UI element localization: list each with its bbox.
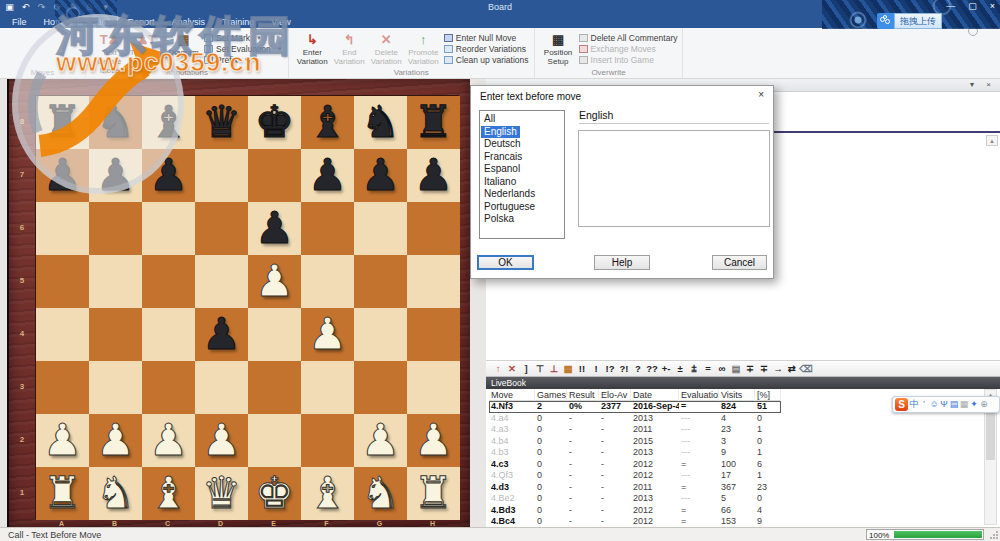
cell-percent: 0 [755,413,781,425]
tab-analysis[interactable]: Analysis [165,16,213,28]
cancel-button[interactable]: Cancel [712,255,767,270]
button-label: Insert Into Game [591,55,654,65]
square-c2[interactable]: ♟ [142,414,195,467]
cell-result: - [567,447,599,459]
square-c7[interactable]: ♟ [142,149,195,202]
panel-close-icon[interactable]: × [986,80,991,89]
emoji-icon[interactable]: ☺ [929,397,939,412]
cell-result: - [567,470,599,482]
square-a6[interactable] [36,202,89,255]
square-f7[interactable]: ♟ [301,149,354,202]
livebook-row-4a3[interactable]: 4.a30--2011---231 [489,424,781,436]
set-mark-icon [204,34,213,42]
white-slightly-better[interactable]: ⩲ [687,362,701,376]
commentary-textarea[interactable] [578,130,770,227]
white-winning[interactable]: +- [659,362,673,376]
cell-percent: 1 [755,470,781,482]
colored-squares-icon[interactable]: ▦ [561,362,575,376]
square-h6[interactable] [407,202,460,255]
cell-evaluation: --- [679,436,719,448]
reorder-variations-icon [444,45,453,53]
cell-games: 0 [535,413,567,425]
cell-visits: 66 [719,505,755,517]
cell-move: 4.a3 [489,424,535,436]
label-line: End [331,48,368,57]
cell-elo: - [599,413,631,425]
question-exclam[interactable]: ?! [617,362,631,376]
undo-icon[interactable]: ↶ [20,1,31,13]
sogou-logo-icon[interactable]: S [895,398,908,411]
button-label: Text AfterMove [128,48,165,66]
square-h8[interactable]: ♜ [407,96,460,149]
livebook-row-4a4[interactable]: 4.a40--2013---40 [489,413,781,425]
label-line: Diagram [165,48,202,57]
square-c1[interactable]: ♝ [142,467,195,520]
progress-label: 100% [867,530,893,539]
ribbon-group-annotations: T♟Text BeforeMove♟TText AfterMove▦Diagra… [86,28,289,78]
cell-result: - [567,413,599,425]
exclam-question[interactable]: !? [603,362,617,376]
scissors-icon[interactable]: ✕ [505,362,519,376]
square-c6[interactable] [142,202,195,255]
set-evaluation-button[interactable]: Set Evaluation▼ [204,44,283,54]
cell-date: 2012 [631,505,679,517]
rank-label-3: 3 [9,360,35,413]
cell-move: 4.a4 [489,413,535,425]
cell-visits: 9 [719,447,755,459]
big-buttons: ↳EnterVariation↰EndVariation✕DeleteVaria… [294,30,442,66]
ribbon-group-label: Variations [289,68,534,77]
chess-board[interactable]: ♜♞♝♛♚♝♞♜♟♟♟♟♟♟♟♟♟♟♟♟♟♟♟♟♜♞♝♛♚♝♞♜ [35,95,459,519]
white-rook: ♜ [407,467,460,518]
delete-variationbutton[interactable]: ✕DeleteVariation [368,30,405,66]
square-d2[interactable]: ♟ [195,414,248,467]
position-icon: ▦ [552,31,564,48]
redo-icon[interactable]: ↷ [36,1,47,13]
square-d4[interactable]: ♟ [195,308,248,361]
minimize-button[interactable]: — [946,1,955,11]
column-header-evaluation[interactable]: Evaluation [679,389,719,401]
right-arrow-icon[interactable]: → [771,362,785,376]
cell-games: 0 [535,424,567,436]
big-buttons: ▦PositionSetup [540,30,577,66]
livebook-row-4b4[interactable]: 4.b40--2015---30 [489,436,781,448]
square-b2[interactable]: ♟ [89,414,142,467]
black-pawn: ♟ [142,149,195,200]
engine-progress: 100% [866,529,984,540]
set-mark-button[interactable]: Set Mark▼ [204,33,283,43]
promote-icon: ↑ [420,31,427,48]
square-e1[interactable]: ♚ [248,467,301,520]
prefix-icon [204,56,213,64]
enter-null-move-button[interactable]: Enter Null Move [444,33,529,43]
cell-elo: - [599,424,631,436]
column-header-games[interactable]: Games [535,389,567,401]
file-labels: ABCDEFGH [35,520,459,527]
annotation-toolbar: ↑✕]⊤⊥▦!!!!??!???+-±⩲=∞▤∓∓→⇄⌫ [486,360,1000,377]
ribbon-group-label: Annotations [86,68,288,77]
black-slightly-better[interactable]: ∓ [743,362,757,376]
text-after-icon: ♟T [137,31,157,48]
square-c8[interactable]: ♝ [142,96,195,149]
square-d8[interactable]: ♛ [195,96,248,149]
language-item-english[interactable]: English [481,126,520,139]
square-g6[interactable] [354,202,407,255]
cell-date: 2012 [631,516,679,528]
cell-visits: 824 [719,401,755,413]
square-b4[interactable] [89,308,142,361]
clean-up-variations-icon [444,56,453,64]
white-bishop: ♝ [142,467,195,518]
equal[interactable]: = [701,362,715,376]
cell-move: 4.Nf3 [489,401,535,413]
black-pawn: ♟ [89,149,142,200]
rank-label-6: 6 [9,201,35,254]
square-b3[interactable] [89,361,142,414]
tab-training[interactable]: Training [215,16,261,28]
square-h2[interactable]: ♟ [407,414,460,467]
square-b1[interactable]: ♞ [89,467,142,520]
cell-games: 0 [535,447,567,459]
double-exclam[interactable]: !! [575,362,589,376]
cell-games: 0 [535,436,567,448]
label-line: Move [128,57,165,66]
cell-games: 0 [535,459,567,471]
livebook-row-4c3[interactable]: 4.c30--2012=1006 [489,459,781,471]
cell-evaluation: = [679,482,719,494]
tab-board[interactable]: Board [78,16,118,28]
square-c5[interactable] [142,255,195,308]
square-c4[interactable] [142,308,195,361]
file-label-h: H [406,520,459,527]
end-variationbutton[interactable]: ↰EndVariation [331,30,368,66]
promote-variationbutton[interactable]: ↑PromoteVariation [405,30,442,66]
column-header-%[interactable]: [%] [755,389,781,401]
square-a4[interactable] [36,308,89,361]
position-setupbutton[interactable]: ▦PositionSetup [540,30,577,66]
column-header-visits[interactable]: Visits [719,389,755,401]
language-listbox[interactable]: AllEnglishDeutschFrancaisEspanolItaliano… [479,110,565,239]
quick-access-toolbar: ▣↶↷⟳✎♘▾ [4,1,111,13]
keyboard-icon[interactable]: ▤ [949,397,959,412]
set-evaluation-icon [204,45,213,53]
square-e3[interactable] [248,361,301,414]
cell-date: 2011 [631,482,679,494]
exchange-moves-button[interactable]: Exchange Moves [579,44,678,54]
language-item-deutsch[interactable]: Deutsch [481,138,524,151]
ime-toolbar: S 中’☺Ψ▤▦✦⊕ [892,396,1000,413]
white-pawn: ♟ [195,414,248,465]
white-pawn: ♟ [248,255,301,306]
button-label: Enter Null Move [456,33,516,43]
button-label: Set Mark [216,33,250,43]
language-item-italiano[interactable]: Italiano [481,176,519,189]
square-h4[interactable] [407,308,460,361]
double-question[interactable]: ?? [645,362,659,376]
livebook-row-4Qf3[interactable]: 4.Qf30--2012---171 [489,470,781,482]
black-rook: ♜ [36,96,89,147]
square-f3[interactable] [301,361,354,414]
file-label-a: A [35,520,88,527]
square-d5[interactable] [195,255,248,308]
square-a2[interactable]: ♟ [36,414,89,467]
bracket-icon[interactable]: ] [519,362,533,376]
dropdown-arrow-icon[interactable]: ▼ [244,57,250,63]
cell-elo: - [599,516,631,528]
square-g8[interactable]: ♞ [354,96,407,149]
label-line: Delete [368,48,405,57]
language-item-francais[interactable]: Francais [481,151,525,164]
cell-result: - [567,516,599,528]
cell-visits: 17 [719,470,755,482]
cell-move: 4.Bc4 [489,516,535,528]
square-b8[interactable]: ♞ [89,96,142,149]
microphone-icon[interactable]: Ψ [939,397,949,412]
square-a3[interactable] [36,361,89,414]
square-g1[interactable]: ♞ [354,467,407,520]
cell-elo: - [599,505,631,517]
progress-fill [894,531,982,538]
cell-elo: - [599,493,631,505]
cell-games: 2 [535,401,567,413]
square-f1[interactable]: ♝ [301,467,354,520]
black-pawn: ♟ [354,149,407,200]
label-line: Text After [128,48,165,57]
toolbox-icon[interactable]: ▦ [959,397,969,412]
delete-all-commentary-button[interactable]: Delete All Commentary [579,33,678,43]
swap-arrows-icon[interactable]: ⇄ [785,362,799,376]
cell-elo: - [599,447,631,459]
board-symbol-icon[interactable]: ▤ [729,362,743,376]
question[interactable]: ? [631,362,645,376]
ribbon-group-label: Moves [0,68,85,77]
panel-collapse-icon[interactable]: ▾ [970,80,974,89]
language-item-portuguese[interactable]: Portuguese [481,201,538,214]
cell-evaluation: = [679,459,719,471]
cell-date: 2015 [631,436,679,448]
cell-games: 0 [535,493,567,505]
square-a8[interactable]: ♜ [36,96,89,149]
column-header-eloav[interactable]: Elo-Av [599,389,631,401]
cell-date: 2013 [631,493,679,505]
cell-percent: 51 [755,401,781,413]
tab-view[interactable]: View [264,16,297,28]
column-header-date[interactable]: Date [631,389,679,401]
dialog-title: Enter text before move [480,91,581,102]
livebook-row-4b3[interactable]: 4.b30--2013---91 [489,447,781,459]
square-a1[interactable]: ♜ [36,467,89,520]
white-better[interactable]: ± [673,362,687,376]
ribbon-group-overwrite: ▦PositionSetupDelete All CommentaryExcha… [535,28,684,78]
language-item-espanol[interactable]: Espanol [481,163,523,176]
language-item-nederlands[interactable]: Nederlands [481,188,538,201]
square-e7[interactable] [248,149,301,202]
ribbon-group-moves: Moves [0,28,86,78]
upload-overlay-button[interactable]: 拖拽上传 [877,13,942,29]
square-d7[interactable] [195,149,248,202]
square-e2[interactable] [248,414,301,467]
enter-variationbutton[interactable]: ↳EnterVariation [294,30,331,66]
white-pawn: ♟ [142,414,195,465]
cell-games: 0 [535,505,567,517]
exclam[interactable]: ! [589,362,603,376]
cell-evaluation: --- [679,447,719,459]
button-label: Diagram [165,48,202,57]
punctuation-icon[interactable]: ’ [919,397,929,412]
prefix-button[interactable]: Prefix▼ [204,55,283,65]
dropdown-arrow-icon[interactable]: ▼ [256,35,262,41]
livebook-title: LiveBook [486,377,1000,389]
close-button[interactable]: × [990,1,995,11]
black-better[interactable]: ∓ [757,362,771,376]
editor-language-label: English [579,109,613,121]
cell-visits: 23 [719,424,755,436]
square-g4[interactable] [354,308,407,361]
label-line: Text Before [91,48,128,66]
column-header-result[interactable]: Result [567,389,599,401]
wrench-icon[interactable]: ⊕ [979,397,989,412]
label-line: Variation [405,57,442,66]
square-g5[interactable] [354,255,407,308]
help-button[interactable]: Help [594,255,650,270]
square-h5[interactable] [407,255,460,308]
dropdown-arrow-icon[interactable]: ▼ [277,46,283,52]
square-f4[interactable]: ♟ [301,308,354,361]
square-f8[interactable]: ♝ [301,96,354,149]
white-king: ♚ [248,467,301,518]
cell-evaluation: = [679,401,719,413]
square-a5[interactable] [36,255,89,308]
status-bar: Call - Text Before Move 100% [0,527,1000,541]
square-h7[interactable]: ♟ [407,149,460,202]
square-g7[interactable]: ♟ [354,149,407,202]
unclear[interactable]: ∞ [715,362,729,376]
square-e5[interactable]: ♟ [248,255,301,308]
square-b6[interactable] [89,202,142,255]
chinese-mode-icon[interactable]: 中 [909,397,919,412]
livebook-row-4d3[interactable]: 4.d30--2011=36723 [489,482,781,494]
skin-icon[interactable]: ✦ [969,397,979,412]
square-f6[interactable] [301,202,354,255]
button-label: DeleteVariation [368,48,405,66]
square-g3[interactable] [354,361,407,414]
square-e8[interactable]: ♚ [248,96,301,149]
black-bishop: ♝ [301,96,354,147]
cell-percent: 1 [755,447,781,459]
button-label: EnterVariation [294,48,331,66]
rank-label-5: 5 [9,254,35,307]
board-window-icon[interactable]: ▣ [4,1,15,13]
cell-evaluation: --- [679,470,719,482]
ribbon: MovesT♟Text BeforeMove♟TText AfterMove▦D… [0,28,1000,79]
language-item-all[interactable]: All [481,113,498,126]
livebook-row-4Bd3[interactable]: 4.Bd30--2012=664 [489,505,781,517]
annotate-icon[interactable]: ✎ [68,1,79,13]
tab-file[interactable]: File [5,16,34,28]
column-header-move[interactable]: Move [489,389,535,401]
black-king: ♚ [248,96,301,147]
cell-visits: 367 [719,482,755,494]
white-pawn: ♟ [89,414,142,465]
refresh-icon[interactable]: ⟳ [52,1,63,13]
language-item-polska[interactable]: Polska [481,213,517,226]
square-f5[interactable] [301,255,354,308]
square-h3[interactable] [407,361,460,414]
square-c3[interactable] [142,361,195,414]
button-label: EndVariation [331,48,368,66]
label-line: Enter [294,48,331,57]
white-rook: ♜ [36,467,89,518]
cell-visits: 4 [719,413,755,425]
square-h1[interactable]: ♜ [407,467,460,520]
tack-up-icon[interactable]: ⊤ [533,362,547,376]
cell-percent: 0 [755,436,781,448]
livebook-row-4Bc4[interactable]: 4.Bc40--2012=1539 [489,516,781,528]
dialog-close-icon[interactable]: × [758,89,764,100]
cell-visits: 5 [719,493,755,505]
reorder-variations-button[interactable]: Reorder Variations [444,44,529,54]
insert-into-game-button[interactable]: Insert Into Game [579,55,678,65]
knight-icon[interactable]: ♘ [84,1,95,13]
cell-elo: - [599,436,631,448]
white-pawn: ♟ [301,308,354,359]
file-label-b: B [88,520,141,527]
square-d3[interactable] [195,361,248,414]
livebook-row-4Be2[interactable]: 4.Be20--2013---50 [489,493,781,505]
tab-report[interactable]: Report [121,16,162,28]
ribbon-group-label: Overwrite [535,68,683,77]
button-label: Set Evaluation [216,44,271,54]
cell-percent: 9 [755,516,781,528]
square-e6[interactable]: ♟ [248,202,301,255]
ok-button[interactable]: OK [477,255,534,270]
square-d6[interactable] [195,202,248,255]
cell-move: 4.b3 [489,447,535,459]
square-b5[interactable] [89,255,142,308]
square-e4[interactable] [248,308,301,361]
livebook-row-4Nf3[interactable]: 4.Nf320%23772016-Sep-4=82451 [489,401,781,413]
cell-elo: - [599,482,631,494]
label-line: Variation [331,57,368,66]
restore-button[interactable]: ▢ [968,1,977,11]
file-label-g: G [353,520,406,527]
resize-grip[interactable] [989,530,999,540]
black-rook: ♜ [407,96,460,147]
square-d1[interactable]: ♛ [195,467,248,520]
square-b7[interactable]: ♟ [89,149,142,202]
arrow-up-icon[interactable]: ↑ [491,362,505,376]
qat-dropdown-icon[interactable]: ▾ [100,1,111,13]
square-f2[interactable] [301,414,354,467]
cell-move: 4.c3 [489,459,535,471]
eraser-icon[interactable]: ⌫ [799,362,813,376]
tab-home[interactable]: Home [37,16,75,28]
notation-scroll-up[interactable]: ▲ [986,135,998,146]
cell-evaluation: --- [679,493,719,505]
button-label: Delete All Commentary [591,33,678,43]
square-g2[interactable]: ♟ [354,414,407,467]
cell-move: 4.Qf3 [489,470,535,482]
label-line: Promote [405,48,442,57]
clean-up-variations-button[interactable]: Clean up variations [444,55,529,65]
delete-icon: ✕ [381,31,392,48]
tack-down-icon[interactable]: ⊥ [547,362,561,376]
white-queen: ♛ [195,467,248,518]
cell-percent: 1 [755,424,781,436]
small-buttons: Enter Null MoveReorder VariationsClean u… [444,30,529,65]
square-a7[interactable]: ♟ [36,149,89,202]
file-label-c: C [141,520,194,527]
